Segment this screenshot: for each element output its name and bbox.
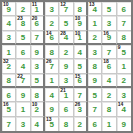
cell-r8c5[interactable]: 6	[59, 102, 73, 116]
digit: 9	[64, 63, 68, 71]
cell-r5c4[interactable]: 267	[45, 59, 59, 73]
cell-r5c3[interactable]: 3	[31, 59, 45, 73]
cell-r8c4[interactable]: 9	[45, 102, 59, 116]
digit: 3	[122, 92, 126, 100]
digit: 5	[107, 6, 111, 14]
cell-r2c5[interactable]: 5	[59, 16, 73, 30]
cell-r5c1[interactable]: 322	[2, 59, 16, 73]
digit: 7	[6, 121, 10, 129]
cell-r1c3[interactable]: 111	[31, 2, 45, 16]
cell-r8c2[interactable]: 1	[16, 102, 30, 116]
cage-sum: 28	[60, 31, 66, 36]
digit: 2	[92, 34, 96, 42]
digit: 1	[122, 63, 126, 71]
cell-r6c8[interactable]: 4	[102, 74, 116, 88]
digit: 3	[92, 49, 96, 57]
cell-r7c2[interactable]: 9	[16, 88, 30, 102]
digit: 7	[92, 106, 96, 114]
digit: 2	[21, 6, 25, 14]
digit: 3	[21, 121, 25, 129]
cell-r1c5[interactable]: 127	[59, 2, 73, 16]
cage-sum: 26	[75, 102, 81, 107]
cell-r1c2[interactable]: 2	[16, 2, 30, 16]
digit: 1	[107, 121, 111, 129]
sudoku-board: 1092111312781345642382062510913735714628…	[0, 0, 133, 133]
cell-r9c7[interactable]: 6	[88, 117, 102, 131]
cage-sum: 16	[103, 31, 109, 36]
cell-r3c6[interactable]: 101	[74, 31, 88, 45]
cell-r2c6[interactable]: 109	[74, 16, 88, 30]
digit: 4	[107, 77, 111, 85]
cell-r4c5[interactable]: 2	[59, 45, 73, 59]
cell-r3c3[interactable]: 7	[31, 31, 45, 45]
cage-sum: 16	[3, 102, 9, 107]
digit: 1	[21, 106, 25, 114]
digit: 9	[92, 77, 96, 85]
digit: 8	[122, 34, 126, 42]
cell-r4c2[interactable]: 6	[16, 45, 30, 59]
cell-r6c3[interactable]: 5	[31, 74, 45, 88]
digit: 9	[35, 49, 39, 57]
digit: 5	[92, 92, 96, 100]
cage-sum: 15	[75, 74, 81, 79]
digit: 5	[21, 34, 25, 42]
digit: 6	[92, 121, 96, 129]
cage-sum: 10	[75, 16, 81, 21]
cell-r2c8[interactable]: 3	[102, 16, 116, 30]
cage-sum: 22	[17, 74, 23, 79]
cell-r5c8[interactable]: 186	[102, 59, 116, 73]
cell-r1c7[interactable]: 134	[88, 2, 102, 16]
digit: 3	[35, 63, 39, 71]
digit: 3	[6, 34, 10, 42]
digit: 8	[78, 6, 82, 14]
digit: 1	[6, 49, 10, 57]
cell-r1c6[interactable]: 8	[74, 2, 88, 16]
cell-r7c8[interactable]: 2	[102, 88, 116, 102]
digit: 8	[35, 92, 39, 100]
digit: 2	[64, 49, 68, 57]
digit: 9	[21, 92, 25, 100]
cell-r2c7[interactable]: 1	[88, 16, 102, 30]
digit: 5	[64, 20, 68, 28]
cell-r4c9[interactable]: 95	[117, 45, 131, 59]
cell-r9c4[interactable]: 135	[45, 117, 59, 131]
cage-sum: 14	[46, 31, 52, 36]
digit: 6	[21, 49, 25, 57]
cell-r2c4[interactable]: 2	[45, 16, 59, 30]
cage-sum: 10	[32, 102, 38, 107]
cage-sum: 23	[17, 16, 23, 21]
cell-r3c4[interactable]: 146	[45, 31, 59, 45]
cell-r3c5[interactable]: 284	[59, 31, 73, 45]
digit: 5	[122, 49, 126, 57]
cell-r8c3[interactable]: 102	[31, 102, 45, 116]
cell-r5c6[interactable]: 5	[74, 59, 88, 73]
cell-r9c1[interactable]: 7	[2, 117, 16, 131]
cell-r5c5[interactable]: 9	[59, 59, 73, 73]
digit: 1	[92, 20, 96, 28]
cell-r8c8[interactable]: 8	[102, 102, 116, 116]
cell-r5c7[interactable]: 8	[88, 59, 102, 73]
cage-sum: 14	[118, 102, 124, 107]
digit: 5	[78, 63, 82, 71]
digit: 8	[6, 77, 10, 85]
cell-r3c8[interactable]: 169	[102, 31, 116, 45]
cell-r7c5[interactable]: 211	[59, 88, 73, 102]
cell-r1c8[interactable]: 5	[102, 2, 116, 16]
digit: 3	[107, 20, 111, 28]
cell-r9c2[interactable]: 3	[16, 117, 30, 131]
cage-sum: 21	[60, 88, 66, 93]
cage-sum: 10	[75, 31, 81, 36]
digit: 8	[92, 63, 96, 71]
cage-sum: 13	[89, 2, 95, 7]
cell-r2c3[interactable]: 206	[31, 16, 45, 30]
cell-r1c1[interactable]: 109	[2, 2, 16, 16]
cell-r6c4[interactable]: 1	[45, 74, 59, 88]
digit: 3	[49, 6, 53, 14]
cell-r7c7[interactable]: 5	[88, 88, 102, 102]
digit: 7	[107, 49, 111, 57]
cell-r4c3[interactable]: 9	[31, 45, 45, 59]
digit: 7	[78, 92, 82, 100]
cell-r8c6[interactable]: 263	[74, 102, 88, 116]
digit: 5	[35, 77, 39, 85]
cell-r5c9[interactable]: 1	[117, 59, 131, 73]
cage-sum: 20	[32, 16, 38, 21]
cage-sum: 11	[32, 2, 37, 7]
cell-r3c7[interactable]: 2	[88, 31, 102, 45]
digit: 2	[122, 77, 126, 85]
cell-r4c1[interactable]: 1	[2, 45, 16, 59]
cell-r5c2[interactable]: 4	[16, 59, 30, 73]
cage-sum: 18	[103, 59, 109, 64]
cage-sum: 12	[60, 2, 66, 7]
digit: 8	[107, 106, 111, 114]
digit: 9	[49, 106, 53, 114]
cell-r6c9[interactable]: 2	[117, 74, 131, 88]
cell-r4c8[interactable]: 7	[102, 45, 116, 59]
cell-r4c7[interactable]: 3	[88, 45, 102, 59]
digit: 4	[6, 20, 10, 28]
digit: 4	[35, 121, 39, 129]
cell-r1c4[interactable]: 3	[45, 2, 59, 16]
cell-r1c9[interactable]: 6	[117, 2, 131, 16]
cell-r3c9[interactable]: 8	[117, 31, 131, 45]
cell-r6c6[interactable]: 156	[74, 74, 88, 88]
digit: 2	[107, 92, 111, 100]
cell-r7c4[interactable]: 4	[45, 88, 59, 102]
digit: 7	[35, 34, 39, 42]
cell-r8c7[interactable]: 7	[88, 102, 102, 116]
digit: 6	[6, 92, 10, 100]
cell-r6c1[interactable]: 8	[2, 74, 16, 88]
cell-r2c2[interactable]: 238	[16, 16, 30, 30]
digit: 2	[49, 20, 53, 28]
cell-r6c5[interactable]: 3	[59, 74, 73, 88]
digit: 4	[49, 92, 53, 100]
cell-r8c1[interactable]: 165	[2, 102, 16, 116]
cage-sum: 10	[3, 2, 9, 7]
cage-sum: 32	[3, 59, 9, 64]
cell-r7c3[interactable]: 8	[31, 88, 45, 102]
cell-r2c9[interactable]: 7	[117, 16, 131, 30]
digit: 7	[122, 20, 126, 28]
cell-r2c1[interactable]: 4	[2, 16, 16, 30]
cell-r6c2[interactable]: 227	[16, 74, 30, 88]
digit: 6	[122, 6, 126, 14]
cell-r7c6[interactable]: 7	[74, 88, 88, 102]
cell-r4c4[interactable]: 8	[45, 45, 59, 59]
cell-r7c1[interactable]: 6	[2, 88, 16, 102]
cell-r3c1[interactable]: 3	[2, 31, 16, 45]
digit: 5	[49, 121, 53, 129]
digit: 4	[78, 49, 82, 57]
cell-r9c8[interactable]: 1	[102, 117, 116, 131]
cell-r7c9[interactable]: 3	[117, 88, 131, 102]
digit: 4	[21, 63, 25, 71]
digit: 1	[49, 77, 53, 85]
digit: 6	[64, 106, 68, 114]
cell-r9c6[interactable]: 2	[74, 117, 88, 131]
cell-r8c9[interactable]: 144	[117, 102, 131, 116]
digit: 3	[64, 77, 68, 85]
cell-r3c2[interactable]: 5	[16, 31, 30, 45]
cell-r9c3[interactable]: 4	[31, 117, 45, 131]
cell-r9c5[interactable]: 8	[59, 117, 73, 131]
digit: 8	[49, 49, 53, 57]
cage-sum: 9	[118, 45, 121, 50]
digit: 9	[122, 121, 126, 129]
cage-sum: 26	[46, 59, 52, 64]
cell-r4c6[interactable]: 4	[74, 45, 88, 59]
cage-sum: 13	[46, 117, 52, 122]
digit: 8	[64, 121, 68, 129]
cell-r9c9[interactable]: 9	[117, 117, 131, 131]
digit: 2	[78, 121, 82, 129]
cell-r6c7[interactable]: 9	[88, 74, 102, 88]
